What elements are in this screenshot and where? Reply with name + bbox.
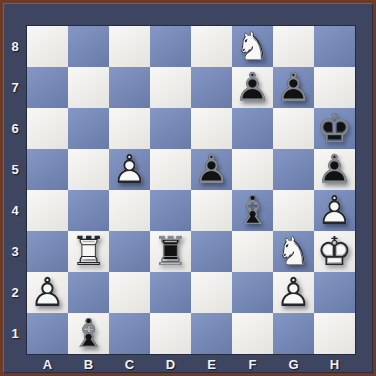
square-g5[interactable] xyxy=(273,149,314,190)
white-king-outline-icon: ♔ xyxy=(314,231,355,272)
square-h2[interactable] xyxy=(314,272,355,313)
square-h7[interactable] xyxy=(314,67,355,108)
black-pawn-outline-icon: ♙ xyxy=(232,67,273,108)
rank-label-3: 3 xyxy=(3,231,27,272)
black-bishop-outline-icon: ♗ xyxy=(68,313,109,354)
square-e6[interactable] xyxy=(191,108,232,149)
square-d2[interactable] xyxy=(150,272,191,313)
square-c6[interactable] xyxy=(109,108,150,149)
piece-black-pawn[interactable]: ♟♙ xyxy=(191,149,232,190)
piece-black-rook[interactable]: ♜♖ xyxy=(150,231,191,272)
file-label-g: G xyxy=(273,355,314,374)
piece-black-pawn[interactable]: ♟♙ xyxy=(314,149,355,190)
rank-label-1: 1 xyxy=(3,313,27,354)
file-label-b: B xyxy=(68,355,109,374)
square-e8[interactable] xyxy=(191,26,232,67)
square-f6[interactable] xyxy=(232,108,273,149)
black-pawn-outline-icon: ♙ xyxy=(191,149,232,190)
rank-label-4: 4 xyxy=(3,190,27,231)
square-e4[interactable] xyxy=(191,190,232,231)
black-rook-outline-icon: ♖ xyxy=(150,231,191,272)
file-label-h: H xyxy=(314,355,355,374)
piece-white-knight[interactable]: ♞♘ xyxy=(273,231,314,272)
square-f3[interactable] xyxy=(232,231,273,272)
black-pawn-outline-icon: ♙ xyxy=(314,149,355,190)
piece-white-knight[interactable]: ♞♘ xyxy=(232,26,273,67)
square-e5[interactable]: ♟♙ xyxy=(191,149,232,190)
square-d7[interactable] xyxy=(150,67,191,108)
square-a3[interactable] xyxy=(27,231,68,272)
square-d3[interactable]: ♜♖ xyxy=(150,231,191,272)
square-c8[interactable] xyxy=(109,26,150,67)
white-pawn-outline-icon: ♙ xyxy=(273,272,314,313)
square-g4[interactable] xyxy=(273,190,314,231)
file-label-c: C xyxy=(109,355,150,374)
square-h8[interactable] xyxy=(314,26,355,67)
square-g7[interactable]: ♟♙ xyxy=(273,67,314,108)
square-f8[interactable]: ♞♘ xyxy=(232,26,273,67)
square-b1[interactable]: ♝♗ xyxy=(68,313,109,354)
square-b3[interactable]: ♜♖ xyxy=(68,231,109,272)
square-h4[interactable]: ♟♙ xyxy=(314,190,355,231)
square-g2[interactable]: ♟♙ xyxy=(273,272,314,313)
square-g3[interactable]: ♞♘ xyxy=(273,231,314,272)
piece-white-king[interactable]: ♚♔ xyxy=(314,231,355,272)
piece-white-pawn[interactable]: ♟♙ xyxy=(273,272,314,313)
rank-labels: 87654321 xyxy=(3,26,27,354)
white-knight-outline-icon: ♘ xyxy=(273,231,314,272)
rank-label-6: 6 xyxy=(3,108,27,149)
piece-black-king[interactable]: ♚♔ xyxy=(314,108,355,149)
white-pawn-outline-icon: ♙ xyxy=(314,190,355,231)
square-a5[interactable] xyxy=(27,149,68,190)
piece-black-pawn[interactable]: ♟♙ xyxy=(273,67,314,108)
file-label-d: D xyxy=(150,355,191,374)
square-d5[interactable] xyxy=(150,149,191,190)
square-f2[interactable] xyxy=(232,272,273,313)
square-g8[interactable] xyxy=(273,26,314,67)
square-h5[interactable]: ♟♙ xyxy=(314,149,355,190)
square-d6[interactable] xyxy=(150,108,191,149)
white-rook-outline-icon: ♖ xyxy=(68,231,109,272)
file-labels: ABCDEFGH xyxy=(27,355,355,374)
square-g6[interactable] xyxy=(273,108,314,149)
square-d4[interactable] xyxy=(150,190,191,231)
square-b5[interactable] xyxy=(68,149,109,190)
piece-white-pawn[interactable]: ♟♙ xyxy=(27,272,68,313)
piece-white-pawn[interactable]: ♟♙ xyxy=(109,149,150,190)
square-h3[interactable]: ♚♔ xyxy=(314,231,355,272)
square-g1[interactable] xyxy=(273,313,314,354)
square-c3[interactable] xyxy=(109,231,150,272)
square-a6[interactable] xyxy=(27,108,68,149)
file-label-e: E xyxy=(191,355,232,374)
square-b6[interactable] xyxy=(68,108,109,149)
square-a8[interactable] xyxy=(27,26,68,67)
square-f5[interactable] xyxy=(232,149,273,190)
square-b2[interactable] xyxy=(68,272,109,313)
square-f7[interactable]: ♟♙ xyxy=(232,67,273,108)
rank-label-8: 8 xyxy=(3,26,27,67)
square-f4[interactable]: ♝♗ xyxy=(232,190,273,231)
file-label-f: F xyxy=(232,355,273,374)
black-pawn-outline-icon: ♙ xyxy=(273,67,314,108)
square-d1[interactable] xyxy=(150,313,191,354)
square-a7[interactable] xyxy=(27,67,68,108)
square-c4[interactable] xyxy=(109,190,150,231)
white-pawn-outline-icon: ♙ xyxy=(27,272,68,313)
piece-white-rook[interactable]: ♜♖ xyxy=(68,231,109,272)
rank-label-2: 2 xyxy=(3,272,27,313)
square-d8[interactable] xyxy=(150,26,191,67)
black-bishop-outline-icon: ♗ xyxy=(232,190,273,231)
square-e2[interactable] xyxy=(191,272,232,313)
square-h1[interactable] xyxy=(314,313,355,354)
square-c2[interactable] xyxy=(109,272,150,313)
black-king-outline-icon: ♔ xyxy=(314,108,355,149)
square-e7[interactable] xyxy=(191,67,232,108)
square-b4[interactable] xyxy=(68,190,109,231)
white-knight-outline-icon: ♘ xyxy=(232,26,273,67)
white-pawn-outline-icon: ♙ xyxy=(109,149,150,190)
chessboard-frame: 87654321 ♞♘♟♙♟♙♚♔♟♙♟♙♟♙♝♗♟♙♜♖♜♖♞♘♚♔♟♙♟♙♝… xyxy=(0,0,376,376)
square-e1[interactable] xyxy=(191,313,232,354)
square-a1[interactable] xyxy=(27,313,68,354)
square-f1[interactable] xyxy=(232,313,273,354)
rank-label-7: 7 xyxy=(3,67,27,108)
file-label-a: A xyxy=(27,355,68,374)
square-e3[interactable] xyxy=(191,231,232,272)
square-c7[interactable] xyxy=(109,67,150,108)
rank-label-5: 5 xyxy=(3,149,27,190)
piece-white-pawn[interactable]: ♟♙ xyxy=(314,190,355,231)
piece-black-pawn[interactable]: ♟♙ xyxy=(232,67,273,108)
square-b7[interactable] xyxy=(68,67,109,108)
square-c5[interactable]: ♟♙ xyxy=(109,149,150,190)
square-h6[interactable]: ♚♔ xyxy=(314,108,355,149)
square-a2[interactable]: ♟♙ xyxy=(27,272,68,313)
square-a4[interactable] xyxy=(27,190,68,231)
square-b8[interactable] xyxy=(68,26,109,67)
piece-black-bishop[interactable]: ♝♗ xyxy=(232,190,273,231)
square-c1[interactable] xyxy=(109,313,150,354)
piece-black-bishop[interactable]: ♝♗ xyxy=(68,313,109,354)
chess-board[interactable]: ♞♘♟♙♟♙♚♔♟♙♟♙♟♙♝♗♟♙♜♖♜♖♞♘♚♔♟♙♟♙♝♗ xyxy=(27,26,355,354)
